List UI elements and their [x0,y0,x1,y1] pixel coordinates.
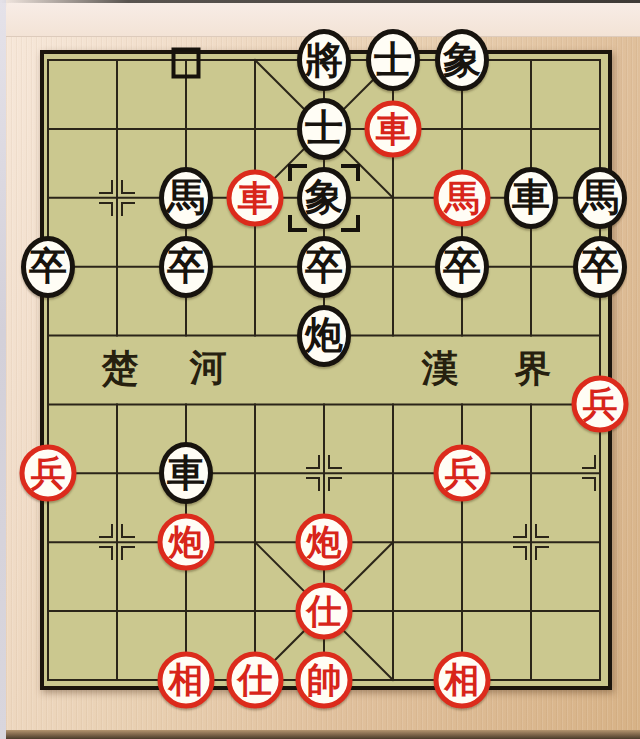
piece-black-horse[interactable]: 馬 [573,167,627,229]
piece-red-advisor[interactable]: 仕 [227,652,284,709]
piece-black-chariot[interactable]: 車 [159,442,213,504]
river-char-he: 河 [190,343,227,393]
piece-red-elephant[interactable]: 相 [434,652,491,709]
piece-red-soldier[interactable]: 兵 [572,376,629,433]
piece-red-horse[interactable]: 馬 [434,169,491,226]
point-marker [578,451,622,495]
piece-black-general[interactable]: 將 [297,29,351,91]
piece-black-soldier[interactable]: 卒 [21,236,75,298]
piece-red-soldier[interactable]: 兵 [20,445,77,502]
frame-bottom-shadow [6,730,640,739]
piece-red-cannon[interactable]: 炮 [158,514,215,571]
xiangqi-app: 楚 河 漢 界 將士象士車馬車象馬車馬卒卒卒卒卒炮兵兵車兵炮炮仕相仕帥相 [0,0,640,739]
screen-top-edge [0,0,640,3]
piece-black-advisor[interactable]: 士 [297,98,351,160]
piece-red-soldier[interactable]: 兵 [434,445,491,502]
piece-black-cannon[interactable]: 炮 [297,305,351,367]
river-char-han: 漢 [422,344,459,394]
point-marker [95,176,139,220]
piece-black-horse[interactable]: 馬 [159,167,213,229]
piece-black-soldier[interactable]: 卒 [159,236,213,298]
river-char-chu: 楚 [102,344,139,394]
last-move-origin-marker [172,48,201,79]
piece-black-chariot[interactable]: 車 [504,167,558,229]
piece-black-elephant[interactable]: 象 [297,167,351,229]
piece-red-advisor[interactable]: 仕 [296,583,353,640]
piece-black-soldier[interactable]: 卒 [573,236,627,298]
point-marker [95,520,139,564]
point-marker [302,451,346,495]
piece-black-soldier[interactable]: 卒 [297,236,351,298]
piece-red-elephant[interactable]: 相 [158,652,215,709]
point-marker [509,520,553,564]
piece-red-general[interactable]: 帥 [296,652,353,709]
piece-red-chariot[interactable]: 車 [227,169,284,226]
piece-black-advisor[interactable]: 士 [366,29,420,91]
screen-left-edge [0,0,6,739]
piece-black-elephant[interactable]: 象 [435,29,489,91]
piece-red-chariot[interactable]: 車 [365,100,422,157]
piece-red-cannon[interactable]: 炮 [296,514,353,571]
piece-black-soldier[interactable]: 卒 [435,236,489,298]
river-char-jie: 界 [515,344,552,394]
